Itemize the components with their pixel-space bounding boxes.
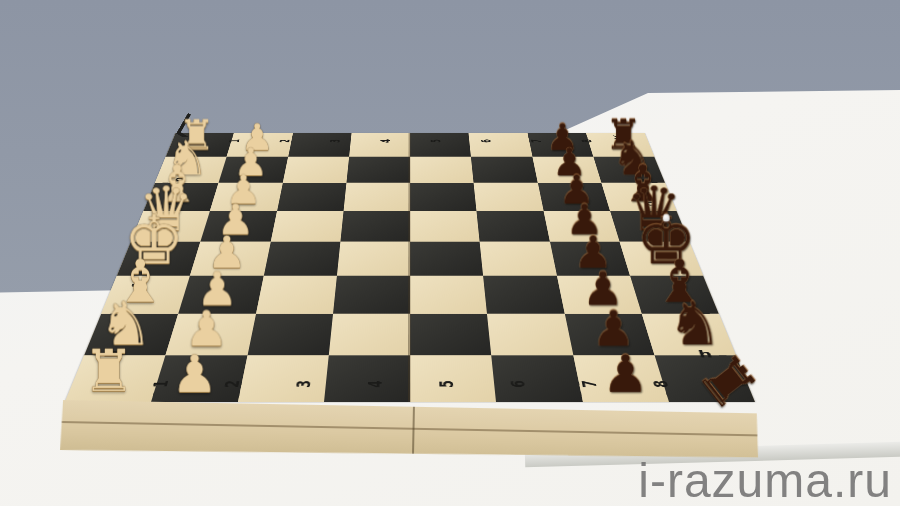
piece-bP-h7: ♟ <box>602 348 648 400</box>
square-e4 <box>337 242 410 276</box>
square-f6 <box>483 276 564 314</box>
square-d5 <box>410 211 480 242</box>
square-c5 <box>410 183 477 211</box>
square-e5 <box>410 242 483 276</box>
square-b3 <box>283 157 349 183</box>
square-e3 <box>263 242 340 276</box>
square-f4 <box>333 276 410 314</box>
square-d3 <box>270 211 343 242</box>
piece-bN-g8: ♞ <box>667 293 721 353</box>
square-b6 <box>471 157 537 183</box>
watermark-text: i-razuma.ru <box>638 453 892 506</box>
square-e6 <box>480 242 557 276</box>
coord-top-4: 4 <box>376 137 394 144</box>
coord-top-3: 3 <box>325 137 344 144</box>
board-scene: ♜♟♟♜♞♟♟♞♝♟♟♝♛♟♟♛♚♟♟♚♝♟♟♝♞♟♟♞♜♟♟♜ ✕ 11aa2… <box>65 0 755 402</box>
piece-wP-h2: ♟ <box>172 348 218 400</box>
square-d4 <box>340 211 410 242</box>
square-c4 <box>343 183 410 211</box>
front-fold-seam <box>412 407 415 457</box>
square-c3 <box>277 183 347 211</box>
coord-top-5: 5 <box>426 137 444 144</box>
square-d6 <box>477 211 550 242</box>
square-f5 <box>410 276 487 314</box>
piece-wR-h1: ♜ <box>83 342 135 400</box>
coord-top-6: 6 <box>476 137 495 144</box>
square-c6 <box>474 183 544 211</box>
chessboard: ♜♟♟♜♞♟♟♞♝♟♟♝♛♟♟♛♚♟♟♚♝♟♟♝♞♟♟♞♜♟♟♜ ✕ 11aa2… <box>65 133 755 402</box>
photo-stage: ♜♟♟♜♞♟♟♞♝♟♟♝♛♟♟♛♚♟♟♚♝♟♟♝♞♟♟♞♜♟♟♜ ✕ 11aa2… <box>0 0 900 506</box>
box-lid-seam <box>61 421 759 436</box>
square-f3 <box>256 276 337 314</box>
coord-top-7: 7 <box>526 137 545 144</box>
square-b5 <box>410 157 474 183</box>
coord-top-2: 2 <box>274 137 293 144</box>
square-b4 <box>346 157 410 183</box>
